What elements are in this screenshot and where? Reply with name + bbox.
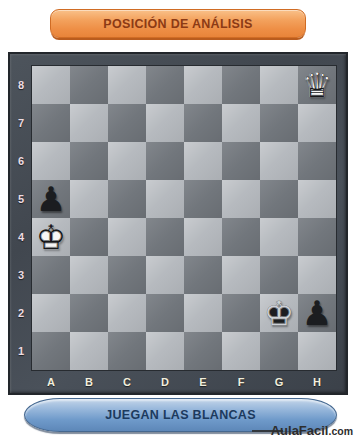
file-label-h: H <box>298 370 336 393</box>
rank-label-4: 4 <box>10 218 32 256</box>
square-c8 <box>108 66 146 104</box>
square-g1 <box>260 332 298 370</box>
file-labels: ABCDEFGH <box>32 370 336 393</box>
square-c5 <box>108 180 146 218</box>
square-b8 <box>70 66 108 104</box>
file-label-d: D <box>146 370 184 393</box>
square-b5 <box>70 180 108 218</box>
white-queen-h8: ♛♕ <box>298 66 336 104</box>
rank-labels: 87654321 <box>10 66 32 370</box>
rank-label-7: 7 <box>10 104 32 142</box>
rank-label-8: 8 <box>10 66 32 104</box>
square-d7 <box>146 104 184 142</box>
square-h3 <box>298 256 336 294</box>
square-c3 <box>108 256 146 294</box>
file-label-f: F <box>222 370 260 393</box>
black-king-g2: ♚♔ <box>260 294 298 332</box>
analysis-banner-label: POSICIÓN DE ANÁLISIS <box>103 17 252 31</box>
black-pawn-a5: ♟ <box>32 180 70 218</box>
square-d6 <box>146 142 184 180</box>
file-label-g: G <box>260 370 298 393</box>
square-a3 <box>32 256 70 294</box>
square-b1 <box>70 332 108 370</box>
square-a7 <box>32 104 70 142</box>
square-b4 <box>70 218 108 256</box>
rank-label-1: 1 <box>10 332 32 370</box>
square-a8 <box>32 66 70 104</box>
square-h1 <box>298 332 336 370</box>
square-b3 <box>70 256 108 294</box>
square-b7 <box>70 104 108 142</box>
square-f6 <box>222 142 260 180</box>
square-e1 <box>184 332 222 370</box>
site-name: AulaFacil <box>271 423 329 438</box>
square-g4 <box>260 218 298 256</box>
rank-label-5: 5 <box>10 180 32 218</box>
file-label-e: E <box>184 370 222 393</box>
square-f4 <box>222 218 260 256</box>
square-g5 <box>260 180 298 218</box>
square-c4 <box>108 218 146 256</box>
square-e5 <box>184 180 222 218</box>
square-e3 <box>184 256 222 294</box>
square-e6 <box>184 142 222 180</box>
square-f5 <box>222 180 260 218</box>
page-root: POSICIÓN DE ANÁLISIS 87654321 ♛♕♟♚♔♚♔♟ A… <box>0 0 356 442</box>
site-tld: .com <box>328 425 353 437</box>
chess-board: 87654321 ♛♕♟♚♔♚♔♟ ABCDEFGH <box>8 52 348 395</box>
square-h6 <box>298 142 336 180</box>
square-h7 <box>298 104 336 142</box>
turn-banner-label: JUEGAN LAS BLANCAS <box>105 408 256 422</box>
rank-label-6: 6 <box>10 142 32 180</box>
file-label-a: A <box>32 370 70 393</box>
square-f7 <box>222 104 260 142</box>
queen-outline-glyph: ♕ <box>298 66 336 104</box>
square-h2: ♟ <box>298 294 336 332</box>
square-h8: ♛♕ <box>298 66 336 104</box>
king-outline-glyph: ♔ <box>32 218 70 256</box>
square-c2 <box>108 294 146 332</box>
square-b6 <box>70 142 108 180</box>
square-h4 <box>298 218 336 256</box>
square-d1 <box>146 332 184 370</box>
pawn-glyph: ♟ <box>32 180 70 218</box>
square-d4 <box>146 218 184 256</box>
square-e2 <box>184 294 222 332</box>
file-label-b: B <box>70 370 108 393</box>
square-b2 <box>70 294 108 332</box>
square-a2 <box>32 294 70 332</box>
square-c1 <box>108 332 146 370</box>
square-e7 <box>184 104 222 142</box>
square-h5 <box>298 180 336 218</box>
pawn-glyph: ♟ <box>298 294 336 332</box>
square-a4: ♚♔ <box>32 218 70 256</box>
square-c6 <box>108 142 146 180</box>
square-g6 <box>260 142 298 180</box>
square-d5 <box>146 180 184 218</box>
square-d3 <box>146 256 184 294</box>
square-e4 <box>184 218 222 256</box>
square-f8 <box>222 66 260 104</box>
site-watermark: AulaFacil .com <box>271 423 353 438</box>
analysis-banner: POSICIÓN DE ANÁLISIS <box>50 9 306 38</box>
rank-label-3: 3 <box>10 256 32 294</box>
square-f1 <box>222 332 260 370</box>
square-f3 <box>222 256 260 294</box>
file-label-c: C <box>108 370 146 393</box>
square-a6 <box>32 142 70 180</box>
square-f2 <box>222 294 260 332</box>
white-king-a4: ♚♔ <box>32 218 70 256</box>
square-c7 <box>108 104 146 142</box>
rank-label-2: 2 <box>10 294 32 332</box>
square-e8 <box>184 66 222 104</box>
square-a5: ♟ <box>32 180 70 218</box>
square-g7 <box>260 104 298 142</box>
square-g2: ♚♔ <box>260 294 298 332</box>
black-pawn-h2: ♟ <box>298 294 336 332</box>
square-g3 <box>260 256 298 294</box>
board-squares: ♛♕♟♚♔♚♔♟ <box>32 66 336 370</box>
king-outline-glyph: ♔ <box>260 294 298 332</box>
square-d8 <box>146 66 184 104</box>
square-d2 <box>146 294 184 332</box>
square-g8 <box>260 66 298 104</box>
square-a1 <box>32 332 70 370</box>
